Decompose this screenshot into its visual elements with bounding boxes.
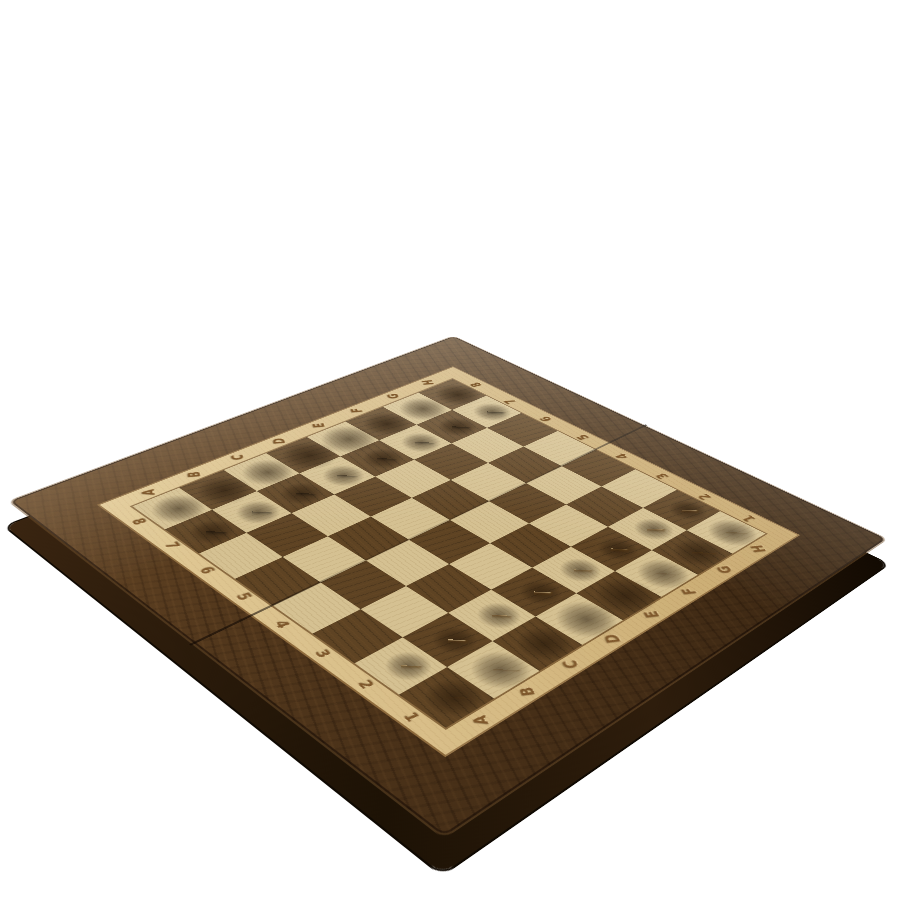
page-background: 1122334455667788AABBCCDDEEFFGGHH♜♞♝♛♚♝♞♜… — [0, 0, 900, 900]
board-surface: 1122334455667788AABBCCDDEEFFGGHH♜♞♝♛♚♝♞♜… — [10, 336, 886, 836]
